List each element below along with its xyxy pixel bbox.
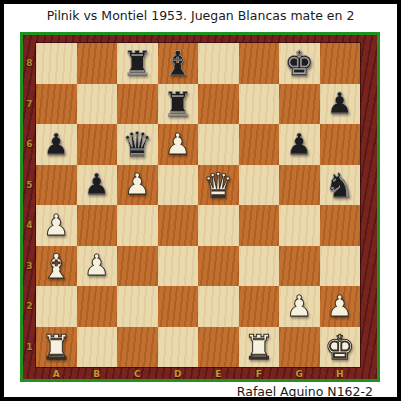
white-rook: ♜ bbox=[41, 330, 71, 364]
white-king: ♚ bbox=[325, 330, 355, 364]
rank-label-4: 4 bbox=[23, 205, 36, 246]
black-king: ♚ bbox=[284, 46, 314, 80]
square-d6: ♟ bbox=[158, 124, 199, 165]
square-c5: ♟ bbox=[117, 165, 158, 206]
square-c3 bbox=[117, 246, 158, 287]
square-d8: ♝ bbox=[158, 43, 199, 84]
black-pawn: ♟ bbox=[84, 170, 110, 199]
square-g5 bbox=[279, 165, 320, 206]
square-a7 bbox=[36, 84, 77, 125]
square-a4: ♟ bbox=[36, 205, 77, 246]
square-d1 bbox=[158, 327, 199, 368]
square-e3 bbox=[198, 246, 239, 287]
square-f6 bbox=[239, 124, 280, 165]
square-e6 bbox=[198, 124, 239, 165]
file-label-e: E bbox=[198, 367, 239, 380]
square-e1 bbox=[198, 327, 239, 368]
square-d5 bbox=[158, 165, 199, 206]
square-h5: ♞ bbox=[320, 165, 361, 206]
square-c7 bbox=[117, 84, 158, 125]
black-knight: ♞ bbox=[325, 168, 355, 202]
file-label-d: D bbox=[158, 367, 199, 380]
square-f3 bbox=[239, 246, 280, 287]
file-labels: ABCDEFGH bbox=[36, 367, 360, 380]
white-pawn: ♟ bbox=[286, 292, 312, 321]
square-d3 bbox=[158, 246, 199, 287]
square-c2 bbox=[117, 286, 158, 327]
square-h2: ♟ bbox=[320, 286, 361, 327]
file-label-g: G bbox=[279, 367, 320, 380]
white-pawn: ♟ bbox=[327, 292, 353, 321]
white-pawn: ♟ bbox=[124, 170, 150, 199]
square-g1 bbox=[279, 327, 320, 368]
square-g8: ♚ bbox=[279, 43, 320, 84]
square-h7: ♟ bbox=[320, 84, 361, 125]
white-queen: ♛ bbox=[203, 168, 233, 202]
square-h1: ♚ bbox=[320, 327, 361, 368]
rank-label-1: 1 bbox=[23, 327, 36, 368]
black-pawn: ♟ bbox=[327, 89, 353, 118]
rank-label-7: 7 bbox=[23, 84, 36, 125]
rank-labels: 87654321 bbox=[23, 43, 36, 367]
square-e8 bbox=[198, 43, 239, 84]
rank-label-6: 6 bbox=[23, 124, 36, 165]
attribution-text: Rafael Aquino N162-2 bbox=[237, 384, 373, 399]
chess-board-frame: 87654321 ♜♝♚♜♟♟♛♟♟♟♟♛♞♟♝♟♟♟♜♜♚ ABCDEFGH bbox=[20, 32, 380, 382]
square-d7: ♜ bbox=[158, 84, 199, 125]
rank-label-2: 2 bbox=[23, 286, 36, 327]
square-e2 bbox=[198, 286, 239, 327]
square-c1 bbox=[117, 327, 158, 368]
file-label-h: H bbox=[320, 367, 361, 380]
square-h8 bbox=[320, 43, 361, 84]
square-g4 bbox=[279, 205, 320, 246]
rank-label-3: 3 bbox=[23, 246, 36, 287]
black-rook: ♜ bbox=[163, 87, 193, 121]
white-pawn: ♟ bbox=[84, 251, 110, 280]
square-d4 bbox=[158, 205, 199, 246]
file-label-c: C bbox=[117, 367, 158, 380]
square-g6: ♟ bbox=[279, 124, 320, 165]
puzzle-title: Pilnik vs Montiel 1953. Juegan Blancas m… bbox=[4, 8, 397, 23]
square-e4 bbox=[198, 205, 239, 246]
square-f7 bbox=[239, 84, 280, 125]
square-e5: ♛ bbox=[198, 165, 239, 206]
square-b7 bbox=[77, 84, 118, 125]
square-f2 bbox=[239, 286, 280, 327]
black-bishop: ♝ bbox=[163, 46, 193, 80]
square-c6: ♛ bbox=[117, 124, 158, 165]
white-pawn: ♟ bbox=[43, 211, 69, 240]
square-h3 bbox=[320, 246, 361, 287]
black-queen: ♛ bbox=[122, 127, 152, 161]
square-h4 bbox=[320, 205, 361, 246]
square-g2: ♟ bbox=[279, 286, 320, 327]
file-label-b: B bbox=[77, 367, 118, 380]
black-pawn: ♟ bbox=[286, 130, 312, 159]
square-h6 bbox=[320, 124, 361, 165]
square-f4 bbox=[239, 205, 280, 246]
rank-label-5: 5 bbox=[23, 165, 36, 206]
square-a5 bbox=[36, 165, 77, 206]
square-c4 bbox=[117, 205, 158, 246]
chess-board: ♜♝♚♜♟♟♛♟♟♟♟♛♞♟♝♟♟♟♜♜♚ bbox=[36, 43, 360, 367]
square-b2 bbox=[77, 286, 118, 327]
square-f8 bbox=[239, 43, 280, 84]
file-label-f: F bbox=[239, 367, 280, 380]
file-label-a: A bbox=[36, 367, 77, 380]
square-b4 bbox=[77, 205, 118, 246]
white-rook: ♜ bbox=[244, 330, 274, 364]
white-bishop: ♝ bbox=[41, 249, 71, 283]
square-c8: ♜ bbox=[117, 43, 158, 84]
square-b3: ♟ bbox=[77, 246, 118, 287]
square-a1: ♜ bbox=[36, 327, 77, 368]
black-pawn: ♟ bbox=[43, 130, 69, 159]
square-f5 bbox=[239, 165, 280, 206]
white-pawn: ♟ bbox=[165, 130, 191, 159]
black-rook: ♜ bbox=[122, 46, 152, 80]
square-g3 bbox=[279, 246, 320, 287]
square-a2 bbox=[36, 286, 77, 327]
puzzle-diagram: Pilnik vs Montiel 1953. Juegan Blancas m… bbox=[0, 0, 401, 401]
square-d2 bbox=[158, 286, 199, 327]
square-a3: ♝ bbox=[36, 246, 77, 287]
square-b8 bbox=[77, 43, 118, 84]
square-b1 bbox=[77, 327, 118, 368]
square-b5: ♟ bbox=[77, 165, 118, 206]
rank-label-8: 8 bbox=[23, 43, 36, 84]
square-b6 bbox=[77, 124, 118, 165]
square-g7 bbox=[279, 84, 320, 125]
square-f1: ♜ bbox=[239, 327, 280, 368]
square-a6: ♟ bbox=[36, 124, 77, 165]
square-e7 bbox=[198, 84, 239, 125]
square-a8 bbox=[36, 43, 77, 84]
